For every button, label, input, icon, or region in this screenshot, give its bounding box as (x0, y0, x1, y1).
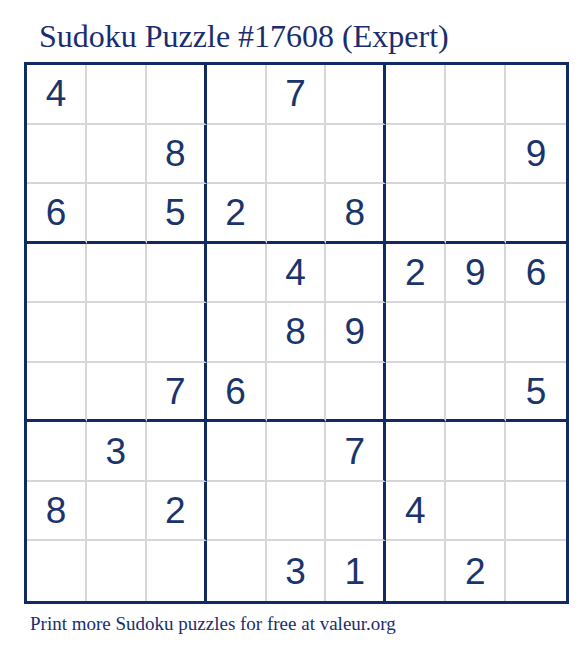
cell-r5c3[interactable] (147, 303, 207, 363)
cell-r3c1[interactable]: 6 (27, 184, 87, 244)
cell-r5c5[interactable]: 8 (267, 303, 327, 363)
cell-r8c2[interactable] (87, 482, 147, 542)
footer-text: Print more Sudoku puzzles for free at va… (30, 612, 396, 636)
cell-r4c8[interactable]: 9 (446, 244, 506, 304)
cell-r7c8[interactable] (446, 422, 506, 482)
cell-r4c4[interactable] (207, 244, 267, 304)
cell-r3c8[interactable] (446, 184, 506, 244)
cell-r9c3[interactable] (147, 541, 207, 601)
cell-r1c1[interactable]: 4 (27, 65, 87, 125)
cell-r2c5[interactable] (267, 125, 327, 185)
cell-r4c5[interactable]: 4 (267, 244, 327, 304)
cell-r5c8[interactable] (446, 303, 506, 363)
cell-r9c1[interactable] (27, 541, 87, 601)
cell-r3c3[interactable]: 5 (147, 184, 207, 244)
cell-r1c7[interactable] (386, 65, 446, 125)
cell-r8c5[interactable] (267, 482, 327, 542)
cell-r6c6[interactable] (326, 363, 386, 423)
cell-r3c2[interactable] (87, 184, 147, 244)
cell-r2c2[interactable] (87, 125, 147, 185)
cell-r8c6[interactable] (326, 482, 386, 542)
cell-r7c5[interactable] (267, 422, 327, 482)
cell-r2c1[interactable] (27, 125, 87, 185)
sudoku-page: Sudoku Puzzle #17608 (Expert) 4789652842… (0, 0, 580, 651)
cell-r7c6[interactable]: 7 (326, 422, 386, 482)
cell-r5c9[interactable] (506, 303, 566, 363)
cell-r3c5[interactable] (267, 184, 327, 244)
cell-r1c9[interactable] (506, 65, 566, 125)
cell-r5c1[interactable] (27, 303, 87, 363)
page-title: Sudoku Puzzle #17608 (Expert) (39, 17, 449, 55)
cell-r9c6[interactable]: 1 (326, 541, 386, 601)
cell-r2c3[interactable]: 8 (147, 125, 207, 185)
cell-r2c4[interactable] (207, 125, 267, 185)
cell-r1c4[interactable] (207, 65, 267, 125)
cell-r2c8[interactable] (446, 125, 506, 185)
cell-r9c7[interactable] (386, 541, 446, 601)
cell-r6c5[interactable] (267, 363, 327, 423)
cell-r8c8[interactable] (446, 482, 506, 542)
cell-r7c9[interactable] (506, 422, 566, 482)
cell-r7c7[interactable] (386, 422, 446, 482)
cell-r6c3[interactable]: 7 (147, 363, 207, 423)
cell-r2c9[interactable]: 9 (506, 125, 566, 185)
cell-r4c7[interactable]: 2 (386, 244, 446, 304)
cell-r1c2[interactable] (87, 65, 147, 125)
cell-r6c8[interactable] (446, 363, 506, 423)
cell-r8c1[interactable]: 8 (27, 482, 87, 542)
cell-r3c6[interactable]: 8 (326, 184, 386, 244)
cell-r1c5[interactable]: 7 (267, 65, 327, 125)
cell-r9c2[interactable] (87, 541, 147, 601)
cell-r9c5[interactable]: 3 (267, 541, 327, 601)
cell-r8c9[interactable] (506, 482, 566, 542)
cell-r7c1[interactable] (27, 422, 87, 482)
cell-r4c3[interactable] (147, 244, 207, 304)
cell-r7c2[interactable]: 3 (87, 422, 147, 482)
cell-r3c9[interactable] (506, 184, 566, 244)
cell-r4c1[interactable] (27, 244, 87, 304)
cell-r9c8[interactable]: 2 (446, 541, 506, 601)
cell-r6c4[interactable]: 6 (207, 363, 267, 423)
cell-r7c4[interactable] (207, 422, 267, 482)
cell-r8c3[interactable]: 2 (147, 482, 207, 542)
cell-r2c7[interactable] (386, 125, 446, 185)
cell-r4c6[interactable] (326, 244, 386, 304)
cell-r1c6[interactable] (326, 65, 386, 125)
cell-r5c2[interactable] (87, 303, 147, 363)
cell-r7c3[interactable] (147, 422, 207, 482)
cell-r5c7[interactable] (386, 303, 446, 363)
cell-r1c8[interactable] (446, 65, 506, 125)
cell-r6c1[interactable] (27, 363, 87, 423)
cell-r6c2[interactable] (87, 363, 147, 423)
cell-r6c7[interactable] (386, 363, 446, 423)
cell-r8c7[interactable]: 4 (386, 482, 446, 542)
cell-r5c4[interactable] (207, 303, 267, 363)
cell-r8c4[interactable] (207, 482, 267, 542)
cell-r4c2[interactable] (87, 244, 147, 304)
cell-r9c4[interactable] (207, 541, 267, 601)
cell-r5c6[interactable]: 9 (326, 303, 386, 363)
cell-r9c9[interactable] (506, 541, 566, 601)
cell-r6c9[interactable]: 5 (506, 363, 566, 423)
sudoku-board: 4789652842968976537824312 (24, 62, 569, 604)
cell-r1c3[interactable] (147, 65, 207, 125)
cell-r3c4[interactable]: 2 (207, 184, 267, 244)
cell-r4c9[interactable]: 6 (506, 244, 566, 304)
cell-r2c6[interactable] (326, 125, 386, 185)
cell-r3c7[interactable] (386, 184, 446, 244)
